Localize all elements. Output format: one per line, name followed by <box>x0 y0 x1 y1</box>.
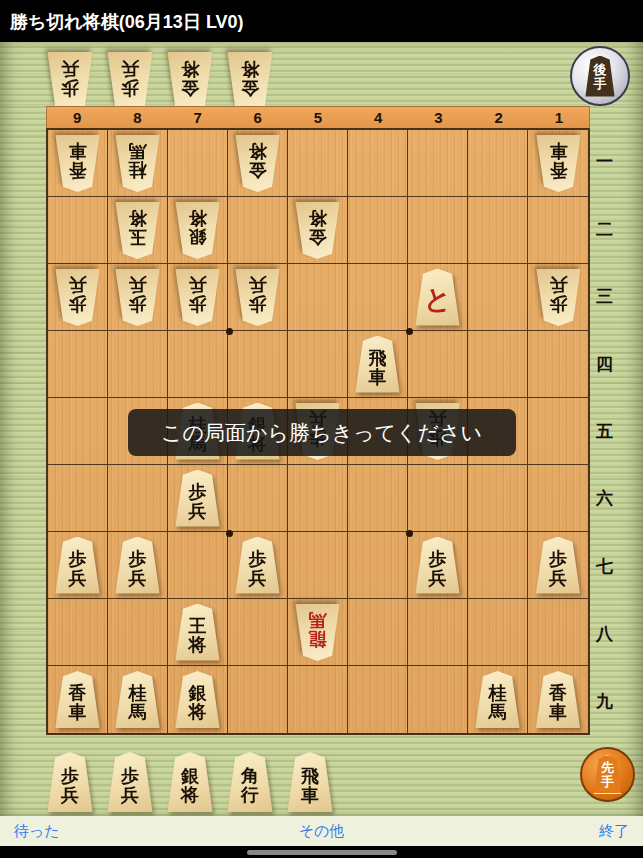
square-4-3[interactable] <box>348 264 408 331</box>
square-6-2[interactable] <box>228 197 288 264</box>
piece-kanji-label: 角行 <box>226 752 274 812</box>
rank-labels: 一二三四五六七八九 <box>596 128 622 735</box>
square-6-8[interactable] <box>228 599 288 666</box>
piece-kanji-label: 歩兵 <box>535 269 582 326</box>
piece-gote-pawn[interactable]: 歩兵 <box>106 52 154 112</box>
badge-label-char: 手 <box>601 775 614 788</box>
square-9-5[interactable] <box>48 398 108 465</box>
piece-sente-knight[interactable]: 桂馬 <box>474 671 521 728</box>
home-indicator[interactable] <box>247 850 397 855</box>
piece-gote-lance[interactable]: 香車 <box>535 135 582 192</box>
piece-sente-king[interactable]: 王将 <box>174 604 221 661</box>
square-8-2[interactable]: 玉将 <box>108 197 168 264</box>
piece-kanji-label: 銀将 <box>166 752 214 812</box>
star-dot <box>406 530 413 537</box>
square-2-2[interactable] <box>468 197 528 264</box>
badge-label-char: 先 <box>601 761 614 774</box>
rank-label-2: 二 <box>596 195 622 262</box>
square-1-4[interactable] <box>528 331 588 398</box>
puzzle-message-overlay: この局面から勝ちきってください <box>128 409 516 456</box>
square-3-8[interactable] <box>408 599 468 666</box>
tatami-background: 歩兵歩兵金将金将 後手 987654321 香車桂馬金将香車玉将銀将金将歩兵歩兵… <box>0 42 643 816</box>
square-1-1[interactable]: 香車 <box>528 130 588 197</box>
square-2-8[interactable] <box>468 599 528 666</box>
piece-kanji-label: 香車 <box>535 671 582 728</box>
piece-sente-rook[interactable]: 飛車 <box>286 752 334 812</box>
square-8-7[interactable]: 歩兵 <box>108 532 168 599</box>
piece-sente-silver[interactable]: 銀将 <box>166 752 214 812</box>
square-9-1[interactable]: 香車 <box>48 130 108 197</box>
square-9-9[interactable]: 香車 <box>48 666 108 733</box>
piece-kanji-label: 金将 <box>226 52 274 112</box>
star-dot <box>406 328 413 335</box>
square-4-4[interactable]: 飛車 <box>348 331 408 398</box>
piece-gote-gold[interactable]: 金将 <box>226 52 274 112</box>
square-3-4[interactable] <box>408 331 468 398</box>
square-7-6[interactable]: 歩兵 <box>168 465 228 532</box>
badge-label-char: 手 <box>594 77 607 90</box>
square-7-1[interactable] <box>168 130 228 197</box>
square-9-3[interactable]: 歩兵 <box>48 264 108 331</box>
column-labels: 987654321 <box>46 106 590 128</box>
square-8-6[interactable] <box>108 465 168 532</box>
piece-kanji-label: 王将 <box>174 604 221 661</box>
piece-gote-pawn[interactable]: 歩兵 <box>114 269 161 326</box>
piece-kanji-label: 銀将 <box>174 202 221 259</box>
square-1-3[interactable]: 歩兵 <box>528 264 588 331</box>
piece-gote-promoted-bishop[interactable]: 龍馬 <box>294 604 341 661</box>
piece-gote-gold[interactable]: 金将 <box>166 52 214 112</box>
piece-kanji-label: 香車 <box>54 135 101 192</box>
square-6-4[interactable] <box>228 331 288 398</box>
square-7-8[interactable]: 王将 <box>168 599 228 666</box>
rank-label-1: 一 <box>596 128 622 195</box>
square-4-7[interactable] <box>348 532 408 599</box>
piece-sente-pawn[interactable]: 歩兵 <box>54 537 101 594</box>
square-7-9[interactable]: 銀将 <box>168 666 228 733</box>
column-label-8: 8 <box>107 107 167 128</box>
square-8-8[interactable] <box>108 599 168 666</box>
square-9-2[interactable] <box>48 197 108 264</box>
rank-label-5: 五 <box>596 398 622 465</box>
column-label-1: 1 <box>529 107 589 128</box>
square-5-9[interactable] <box>288 666 348 733</box>
other-button[interactable]: その他 <box>299 822 345 841</box>
piece-sente-bishop[interactable]: 角行 <box>226 752 274 812</box>
square-4-6[interactable] <box>348 465 408 532</box>
column-label-4: 4 <box>348 107 408 128</box>
square-1-8[interactable] <box>528 599 588 666</box>
piece-sente-knight[interactable]: 桂馬 <box>114 671 161 728</box>
square-1-7[interactable]: 歩兵 <box>528 532 588 599</box>
square-5-6[interactable] <box>288 465 348 532</box>
rank-label-3: 三 <box>596 263 622 330</box>
column-label-5: 5 <box>288 107 348 128</box>
piece-gote-silver[interactable]: 銀将 <box>174 202 221 259</box>
square-4-2[interactable] <box>348 197 408 264</box>
piece-kanji-label: 銀将 <box>174 671 221 728</box>
piece-kanji-label: 桂馬 <box>474 671 521 728</box>
piece-gote-pawn[interactable]: 歩兵 <box>174 269 221 326</box>
square-7-2[interactable]: 銀将 <box>168 197 228 264</box>
square-9-6[interactable] <box>48 465 108 532</box>
sente-hand-tray: 歩兵歩兵銀将角行飛車 <box>46 752 334 812</box>
quit-button[interactable]: 終了 <box>599 822 629 841</box>
square-4-9[interactable] <box>348 666 408 733</box>
sente-badge: 先手 <box>580 747 635 802</box>
piece-sente-tokin[interactable]: と <box>414 269 461 326</box>
square-2-6[interactable] <box>468 465 528 532</box>
piece-sente-rook[interactable]: 飛車 <box>354 336 401 393</box>
piece-kanji-label: と <box>414 269 461 326</box>
piece-sente-pawn[interactable]: 歩兵 <box>414 537 461 594</box>
square-7-7[interactable] <box>168 532 228 599</box>
piece-kanji-label: 歩兵 <box>106 752 154 812</box>
square-4-1[interactable] <box>348 130 408 197</box>
piece-gote-pawn[interactable]: 歩兵 <box>535 269 582 326</box>
piece-sente-pawn[interactable]: 歩兵 <box>106 752 154 812</box>
piece-kanji-label: 歩兵 <box>106 52 154 112</box>
square-8-9[interactable]: 桂馬 <box>108 666 168 733</box>
rank-label-4: 四 <box>596 330 622 397</box>
piece-kanji-label: 金将 <box>166 52 214 112</box>
sente-badge-piece-icon: 先手 <box>593 755 622 794</box>
piece-kanji-label: 香車 <box>535 135 582 192</box>
piece-kanji-label: 歩兵 <box>174 470 221 527</box>
piece-kanji-label: 玉将 <box>114 202 161 259</box>
square-4-8[interactable] <box>348 599 408 666</box>
gote-badge-piece-icon: 後手 <box>585 56 616 97</box>
piece-kanji-label: 飛車 <box>354 336 401 393</box>
square-8-3[interactable]: 歩兵 <box>108 264 168 331</box>
piece-gote-pawn[interactable]: 歩兵 <box>234 269 281 326</box>
star-dot <box>226 530 233 537</box>
square-8-1[interactable]: 桂馬 <box>108 130 168 197</box>
piece-kanji-label: 金将 <box>294 202 341 259</box>
piece-kanji-label: 歩兵 <box>54 537 101 594</box>
piece-gote-gold[interactable]: 金将 <box>234 135 281 192</box>
square-2-7[interactable] <box>468 532 528 599</box>
app-screen: 勝ち切れ将棋(06月13日 LV0) 歩兵歩兵金将金将 後手 987654321… <box>0 0 643 858</box>
column-label-2: 2 <box>469 107 529 128</box>
rank-label-9: 九 <box>596 668 622 735</box>
square-9-8[interactable] <box>48 599 108 666</box>
piece-kanji-label: 龍馬 <box>294 604 341 661</box>
square-6-7[interactable]: 歩兵 <box>228 532 288 599</box>
bottom-toolbar: 待った その他 終了 <box>0 816 643 846</box>
piece-gote-pawn[interactable]: 歩兵 <box>46 52 94 112</box>
piece-gote-gold[interactable]: 金将 <box>294 202 341 259</box>
piece-kanji-label: 飛車 <box>286 752 334 812</box>
square-6-6[interactable] <box>228 465 288 532</box>
square-5-1[interactable] <box>288 130 348 197</box>
piece-sente-pawn[interactable]: 歩兵 <box>535 537 582 594</box>
square-1-5[interactable] <box>528 398 588 465</box>
square-7-3[interactable]: 歩兵 <box>168 264 228 331</box>
piece-kanji-label: 歩兵 <box>234 537 281 594</box>
page-title: 勝ち切れ将棋(06月13日 LV0) <box>0 0 643 42</box>
star-dot <box>226 328 233 335</box>
rank-label-8: 八 <box>596 600 622 667</box>
square-2-9[interactable]: 桂馬 <box>468 666 528 733</box>
piece-kanji-label: 歩兵 <box>46 752 94 812</box>
piece-kanji-label: 桂馬 <box>114 135 161 192</box>
piece-sente-lance[interactable]: 香車 <box>54 671 101 728</box>
square-3-7[interactable]: 歩兵 <box>408 532 468 599</box>
square-1-2[interactable] <box>528 197 588 264</box>
undo-button[interactable]: 待った <box>14 822 60 841</box>
piece-kanji-label: 歩兵 <box>234 269 281 326</box>
piece-kanji-label: 歩兵 <box>46 52 94 112</box>
piece-sente-pawn[interactable]: 歩兵 <box>46 752 94 812</box>
square-9-7[interactable]: 歩兵 <box>48 532 108 599</box>
square-5-8[interactable]: 龍馬 <box>288 599 348 666</box>
square-6-9[interactable] <box>228 666 288 733</box>
square-1-9[interactable]: 香車 <box>528 666 588 733</box>
square-7-4[interactable] <box>168 331 228 398</box>
piece-kanji-label: 香車 <box>54 671 101 728</box>
column-label-9: 9 <box>47 107 107 128</box>
square-3-6[interactable] <box>408 465 468 532</box>
column-label-7: 7 <box>167 107 227 128</box>
square-2-3[interactable] <box>468 264 528 331</box>
piece-sente-pawn[interactable]: 歩兵 <box>114 537 161 594</box>
square-2-4[interactable] <box>468 331 528 398</box>
square-5-2[interactable]: 金将 <box>288 197 348 264</box>
square-5-3[interactable] <box>288 264 348 331</box>
piece-sente-pawn[interactable]: 歩兵 <box>234 537 281 594</box>
square-3-3[interactable]: と <box>408 264 468 331</box>
square-6-1[interactable]: 金将 <box>228 130 288 197</box>
square-6-3[interactable]: 歩兵 <box>228 264 288 331</box>
square-8-4[interactable] <box>108 331 168 398</box>
piece-gote-pawn[interactable]: 歩兵 <box>54 269 101 326</box>
piece-gote-king[interactable]: 玉将 <box>114 202 161 259</box>
piece-kanji-label: 歩兵 <box>54 269 101 326</box>
piece-sente-lance[interactable]: 香車 <box>535 671 582 728</box>
piece-gote-lance[interactable]: 香車 <box>54 135 101 192</box>
home-indicator-area <box>0 846 643 858</box>
square-1-6[interactable] <box>528 465 588 532</box>
piece-gote-knight[interactable]: 桂馬 <box>114 135 161 192</box>
piece-kanji-label: 金将 <box>234 135 281 192</box>
square-5-4[interactable] <box>288 331 348 398</box>
piece-kanji-label: 歩兵 <box>535 537 582 594</box>
piece-kanji-label: 歩兵 <box>114 269 161 326</box>
piece-kanji-label: 歩兵 <box>114 537 161 594</box>
gote-badge: 後手 <box>570 46 630 106</box>
piece-sente-silver[interactable]: 銀将 <box>174 671 221 728</box>
piece-kanji-label: 歩兵 <box>174 269 221 326</box>
piece-kanji-label: 歩兵 <box>414 537 461 594</box>
badge-label-char: 後 <box>594 63 607 76</box>
rank-label-7: 七 <box>596 533 622 600</box>
square-5-7[interactable] <box>288 532 348 599</box>
square-2-1[interactable] <box>468 130 528 197</box>
piece-sente-pawn[interactable]: 歩兵 <box>174 470 221 527</box>
column-label-6: 6 <box>228 107 288 128</box>
square-9-4[interactable] <box>48 331 108 398</box>
gote-hand-tray: 歩兵歩兵金将金将 <box>46 52 274 112</box>
piece-kanji-label: 桂馬 <box>114 671 161 728</box>
column-label-3: 3 <box>408 107 468 128</box>
rank-label-6: 六 <box>596 465 622 532</box>
square-3-1[interactable] <box>408 130 468 197</box>
square-3-9[interactable] <box>408 666 468 733</box>
square-3-2[interactable] <box>408 197 468 264</box>
